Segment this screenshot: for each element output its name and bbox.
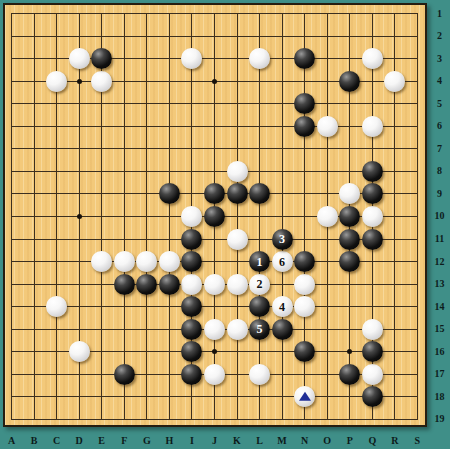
stone-M12-white[interactable]: 6 [272,251,293,272]
stone-N13-white[interactable] [294,274,315,295]
stone-L12-black[interactable]: 1 [249,251,270,272]
stone-K8-white[interactable] [227,161,248,182]
stone-N6-black[interactable] [294,116,315,137]
grid-line-vertical-M [282,13,283,420]
stone-L3-white[interactable] [249,48,270,69]
row-label-4: 4 [430,76,449,86]
stone-L13-white[interactable]: 2 [249,274,270,295]
stone-Q8-black[interactable] [362,161,383,182]
stone-Q6-white[interactable] [362,116,383,137]
row-label-19: 19 [430,414,449,424]
stone-F13-black[interactable] [114,274,135,295]
row-label-12: 12 [430,257,449,267]
row-label-10: 10 [430,211,449,221]
stone-C4-white[interactable] [46,71,67,92]
move-number-label: 4 [279,301,285,313]
col-label-H: H [161,436,177,446]
col-label-A: A [4,436,20,446]
col-label-N: N [297,436,313,446]
stone-J10-black[interactable] [204,206,225,227]
star-point [77,214,82,219]
triangle-marker-icon [299,392,311,401]
grid-line-vertical-S [417,13,418,420]
stone-I11-black[interactable] [181,229,202,250]
stone-R4-white[interactable] [384,71,405,92]
row-label-2: 2 [430,31,449,41]
stone-Q16-black[interactable] [362,341,383,362]
stone-M14-white[interactable]: 4 [272,296,293,317]
col-label-F: F [116,436,132,446]
row-label-14: 14 [430,302,449,312]
grid-line-horizontal-14 [11,306,418,307]
stone-K9-black[interactable] [227,183,248,204]
col-label-P: P [342,436,358,446]
stone-P11-black[interactable] [339,229,360,250]
row-label-11: 11 [430,234,449,244]
row-label-6: 6 [430,121,449,131]
stone-K15-white[interactable] [227,319,248,340]
move-number-label: 2 [257,278,263,290]
grid-line-vertical-L [259,13,260,420]
col-label-K: K [229,436,245,446]
move-number-label: 5 [257,323,263,335]
row-label-7: 7 [430,144,449,154]
col-label-G: G [139,436,155,446]
col-label-R: R [387,436,403,446]
row-label-18: 18 [430,392,449,402]
row-label-8: 8 [430,166,449,176]
row-label-16: 16 [430,347,449,357]
row-label-13: 13 [430,279,449,289]
stone-Q17-white[interactable] [362,364,383,385]
stone-D3-white[interactable] [69,48,90,69]
stone-E4-white[interactable] [91,71,112,92]
stone-I15-black[interactable] [181,319,202,340]
stone-I13-white[interactable] [181,274,202,295]
stone-K11-white[interactable] [227,229,248,250]
stone-J17-white[interactable] [204,364,225,385]
row-label-17: 17 [430,369,449,379]
stone-L17-white[interactable] [249,364,270,385]
stone-L15-black[interactable]: 5 [249,319,270,340]
stone-Q11-black[interactable] [362,229,383,250]
row-label-1: 1 [430,9,449,19]
grid-line-horizontal-19 [11,419,418,420]
row-label-15: 15 [430,324,449,334]
go-board-app: 624315ABCDEFGHIJKLMNOPQRS123456789101112… [0,0,450,449]
col-label-C: C [49,436,65,446]
move-number-label: 3 [279,233,285,245]
stone-Q18-black[interactable] [362,386,383,407]
row-label-9: 9 [430,189,449,199]
stone-Q15-white[interactable] [362,319,383,340]
stone-P17-black[interactable] [339,364,360,385]
move-number-label: 6 [279,256,285,268]
col-label-Q: Q [364,436,380,446]
stone-M11-black[interactable]: 3 [272,229,293,250]
stone-K13-white[interactable] [227,274,248,295]
col-label-O: O [319,436,335,446]
stone-J13-white[interactable] [204,274,225,295]
stone-H12-white[interactable] [159,251,180,272]
stone-D16-white[interactable] [69,341,90,362]
col-label-B: B [26,436,42,446]
star-point [212,79,217,84]
col-label-I: I [184,436,200,446]
stone-F12-white[interactable] [114,251,135,272]
stone-M15-black[interactable] [272,319,293,340]
stone-O10-white[interactable] [317,206,338,227]
stone-O6-white[interactable] [317,116,338,137]
stone-H13-black[interactable] [159,274,180,295]
stone-Q3-white[interactable] [362,48,383,69]
col-label-J: J [206,436,222,446]
grid-line-horizontal-18 [11,396,418,397]
stone-F17-black[interactable] [114,364,135,385]
col-label-M: M [274,436,290,446]
row-label-5: 5 [430,99,449,109]
star-point [77,79,82,84]
col-label-D: D [71,436,87,446]
stone-P4-black[interactable] [339,71,360,92]
stone-Q10-white[interactable] [362,206,383,227]
grid-line-vertical-K [237,13,238,420]
move-number-label: 1 [257,256,263,268]
col-label-L: L [252,436,268,446]
col-label-S: S [409,436,425,446]
col-label-E: E [94,436,110,446]
stone-G13-black[interactable] [136,274,157,295]
stone-J15-white[interactable] [204,319,225,340]
row-label-3: 3 [430,54,449,64]
